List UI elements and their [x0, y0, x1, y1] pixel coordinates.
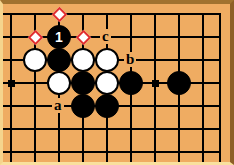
- grid-line-horizontal: [3, 128, 221, 130]
- black-stone: [167, 71, 191, 95]
- black-stone: [71, 71, 95, 95]
- star-point: [152, 80, 159, 87]
- grid-line-horizontal: [3, 151, 221, 153]
- diamond-marker-icon: [75, 29, 91, 45]
- black-stone: [119, 71, 143, 95]
- point-label-a: a: [52, 98, 64, 113]
- go-board-top-right-corner: abc1: [3, 4, 230, 162]
- move-number-label: 1: [55, 30, 63, 44]
- white-stone: [47, 71, 71, 95]
- black-stone: [95, 94, 119, 118]
- diamond-marker-icon: [27, 29, 43, 45]
- point-label-c: c: [100, 29, 111, 44]
- white-stone: [23, 48, 47, 72]
- go-diagram-frame: abc1: [0, 0, 234, 165]
- white-stone: [71, 48, 95, 72]
- grid-line-horizontal: [3, 13, 221, 15]
- black-stone: [71, 94, 95, 118]
- star-point: [8, 80, 15, 87]
- white-stone: [95, 48, 119, 72]
- black-stone: 1: [47, 25, 71, 49]
- white-stone: [95, 71, 119, 95]
- diamond-marker-icon: [51, 6, 67, 22]
- black-stone: [47, 48, 71, 72]
- point-label-b: b: [124, 52, 136, 67]
